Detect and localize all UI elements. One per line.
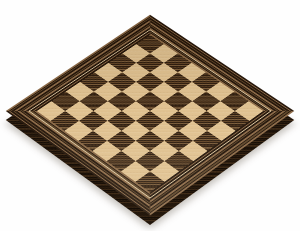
- chessboard: [6, 15, 294, 216]
- product-photo: [0, 0, 300, 231]
